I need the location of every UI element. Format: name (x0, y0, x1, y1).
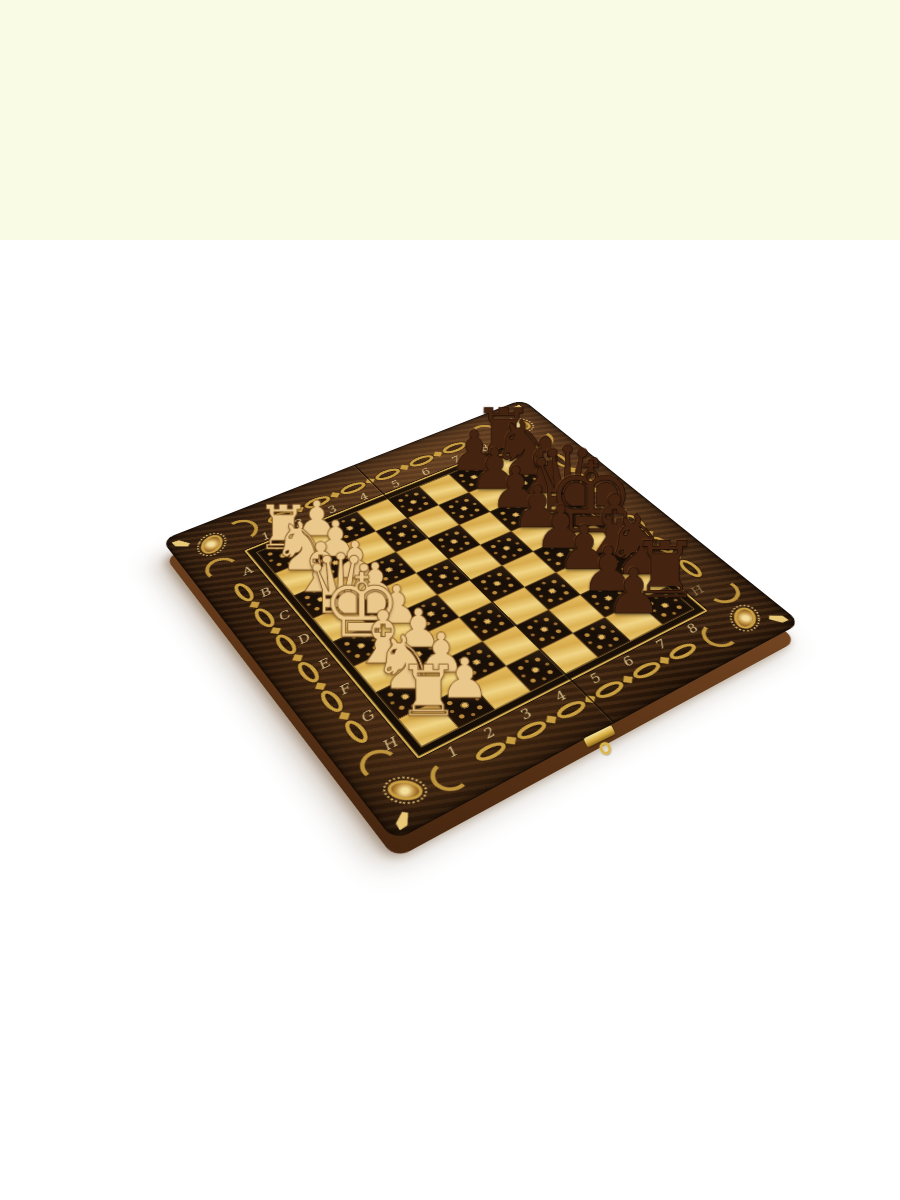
chain-connector-icon (568, 467, 576, 472)
chain-link-icon (251, 606, 279, 630)
scroll-icon (702, 579, 743, 604)
chain-link-icon (372, 466, 402, 482)
palmette-icon (769, 613, 789, 625)
chain-link-icon (629, 659, 664, 682)
scroll-icon (429, 759, 471, 792)
chess-box: ♜♞♝♛♚♝♞♜♟♟♟♟♟♟♟♟♟♟♟♟♟♟♟♟♜♞♝♛♚♝♞♜ 88AA77B… (162, 399, 801, 841)
chain-link-icon (513, 718, 550, 743)
chain-link-icon (552, 697, 589, 721)
scroll-icon (204, 557, 240, 581)
palmette-icon (169, 539, 191, 549)
chain-connector-icon (546, 716, 556, 724)
chain-connector-icon (434, 452, 442, 457)
chain-connector-icon (506, 736, 516, 744)
piece-white-rook[interactable]: ♜ (397, 661, 460, 724)
medallion-icon (197, 534, 226, 555)
chain-link-icon (272, 632, 301, 657)
chain-connector-icon (592, 487, 600, 492)
chain-connector-icon (660, 657, 669, 664)
chain-connector-icon (623, 676, 633, 683)
chain-link-icon (406, 453, 436, 469)
chain-link-icon (665, 640, 700, 662)
piece-black-pawn[interactable]: ♟ (606, 564, 663, 621)
chain-connector-icon (400, 465, 409, 470)
chain-link-icon (294, 659, 324, 685)
photo-canvas: ♜♞♝♛♚♝♞♜♟♟♟♟♟♟♟♟♟♟♟♟♟♟♟♟♜♞♝♛♚♝♞♜ 88AA77B… (0, 0, 900, 1200)
background-band (0, 0, 900, 240)
scroll-icon (360, 749, 400, 782)
chain-connector-icon (315, 682, 326, 689)
board-surface: ♜♞♝♛♚♝♞♜♟♟♟♟♟♟♟♟♟♟♟♟♟♟♟♟♜♞♝♛♚♝♞♜ 88AA77B… (162, 399, 801, 841)
scroll-icon (698, 621, 741, 648)
chain-link-icon (317, 687, 348, 714)
chain-link-icon (591, 678, 627, 701)
scroll-icon (224, 519, 259, 541)
chain-link-icon (231, 581, 258, 604)
medallion-icon (385, 778, 425, 803)
chain-connector-icon (270, 627, 281, 634)
chain-link-icon (471, 738, 509, 764)
chain-connector-icon (292, 654, 303, 661)
chain-connector-icon (339, 712, 350, 720)
square-e4[interactable] (437, 580, 492, 618)
clasp-ring (598, 740, 614, 757)
palmette-icon (392, 811, 413, 832)
chain-connector-icon (249, 601, 259, 608)
medallion-icon (733, 606, 756, 630)
